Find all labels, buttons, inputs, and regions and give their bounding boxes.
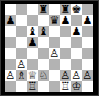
- square-h1[interactable]: [82, 81, 93, 92]
- square-b2[interactable]: ♗: [16, 70, 27, 81]
- square-a6[interactable]: [5, 26, 16, 37]
- square-f3[interactable]: [60, 59, 71, 70]
- square-e2[interactable]: [49, 70, 60, 81]
- white-bishop-b2: ♗: [17, 70, 27, 81]
- black-bishop-d6: ♝: [39, 26, 49, 37]
- square-f8[interactable]: ♜: [60, 4, 71, 15]
- square-c8[interactable]: [27, 4, 38, 15]
- square-b3[interactable]: ♙: [16, 59, 27, 70]
- square-c4[interactable]: [27, 48, 38, 59]
- white-pawn-h2: ♙: [83, 70, 93, 81]
- square-d5[interactable]: [38, 37, 49, 48]
- black-pawn-a7: ♟: [6, 15, 16, 26]
- black-queen-e7: ♛: [50, 15, 60, 26]
- square-a5[interactable]: [5, 37, 16, 48]
- square-a8[interactable]: [5, 4, 16, 15]
- square-d8[interactable]: ♜: [38, 4, 49, 15]
- square-h5[interactable]: [82, 37, 93, 48]
- square-c5[interactable]: ♟: [27, 37, 38, 48]
- square-g7[interactable]: [71, 15, 82, 26]
- square-g2[interactable]: ♙: [71, 70, 82, 81]
- square-b6[interactable]: [16, 26, 27, 37]
- square-e7[interactable]: ♛: [49, 15, 60, 26]
- white-pawn-a2: ♙: [6, 70, 16, 81]
- square-g6[interactable]: ♟: [71, 26, 82, 37]
- square-b1[interactable]: [16, 81, 27, 92]
- square-d6[interactable]: ♝: [38, 26, 49, 37]
- square-b4[interactable]: [16, 48, 27, 59]
- white-rook-c1: ♖: [28, 81, 38, 92]
- square-a3[interactable]: [5, 59, 16, 70]
- square-d1[interactable]: [38, 81, 49, 92]
- black-king-g8: ♚: [72, 4, 82, 15]
- square-c3[interactable]: [27, 59, 38, 70]
- black-bishop-c6: ♝: [28, 26, 38, 37]
- square-h8[interactable]: [82, 4, 93, 15]
- square-b5[interactable]: [16, 37, 27, 48]
- white-pawn-e4: ♙: [50, 48, 60, 59]
- square-e8[interactable]: [49, 4, 60, 15]
- square-e5[interactable]: [49, 37, 60, 48]
- square-f6[interactable]: [60, 26, 71, 37]
- square-d3[interactable]: [38, 59, 49, 70]
- square-d7[interactable]: [38, 15, 49, 26]
- square-g1[interactable]: ♔: [71, 81, 82, 92]
- white-king-g1: ♔: [72, 81, 82, 92]
- chess-diagram: ♜♜♚♟♛♟♟♝♝♟♟♙♙♙♗♕♘♙♙♙♖♖♔: [0, 0, 99, 96]
- square-h6[interactable]: [82, 26, 93, 37]
- black-rook-d8: ♜: [39, 4, 49, 15]
- square-e1[interactable]: [49, 81, 60, 92]
- white-rook-f1: ♖: [61, 81, 71, 92]
- square-g4[interactable]: [71, 48, 82, 59]
- white-pawn-f2: ♙: [61, 70, 71, 81]
- square-h4[interactable]: [82, 48, 93, 59]
- square-a1[interactable]: [5, 81, 16, 92]
- black-pawn-f7: ♟: [61, 15, 71, 26]
- square-e3[interactable]: [49, 59, 60, 70]
- black-rook-f8: ♜: [61, 4, 71, 15]
- black-pawn-h7: ♟: [83, 15, 93, 26]
- square-a4[interactable]: [5, 48, 16, 59]
- square-a7[interactable]: ♟: [5, 15, 16, 26]
- square-e4[interactable]: ♙: [49, 48, 60, 59]
- square-g3[interactable]: [71, 59, 82, 70]
- square-b7[interactable]: [16, 15, 27, 26]
- square-d2[interactable]: ♘: [38, 70, 49, 81]
- white-knight-d2: ♘: [39, 70, 49, 81]
- square-f1[interactable]: ♖: [60, 81, 71, 92]
- square-a2[interactable]: ♙: [5, 70, 16, 81]
- white-pawn-b3: ♙: [17, 59, 27, 70]
- square-e6[interactable]: [49, 26, 60, 37]
- square-c7[interactable]: [27, 15, 38, 26]
- square-b8[interactable]: [16, 4, 27, 15]
- square-d4[interactable]: [38, 48, 49, 59]
- square-g5[interactable]: [71, 37, 82, 48]
- white-pawn-g2: ♙: [72, 70, 82, 81]
- square-f5[interactable]: [60, 37, 71, 48]
- square-g8[interactable]: ♚: [71, 4, 82, 15]
- black-pawn-g6: ♟: [72, 26, 82, 37]
- square-h7[interactable]: ♟: [82, 15, 93, 26]
- white-queen-c2: ♕: [28, 70, 38, 81]
- square-c1[interactable]: ♖: [27, 81, 38, 92]
- chess-board: ♜♜♚♟♛♟♟♝♝♟♟♙♙♙♗♕♘♙♙♙♖♖♔: [5, 4, 93, 92]
- square-h2[interactable]: ♙: [82, 70, 93, 81]
- square-c2[interactable]: ♕: [27, 70, 38, 81]
- square-f7[interactable]: ♟: [60, 15, 71, 26]
- square-h3[interactable]: [82, 59, 93, 70]
- square-f4[interactable]: [60, 48, 71, 59]
- black-pawn-c5: ♟: [28, 37, 38, 48]
- square-f2[interactable]: ♙: [60, 70, 71, 81]
- square-c6[interactable]: ♝: [27, 26, 38, 37]
